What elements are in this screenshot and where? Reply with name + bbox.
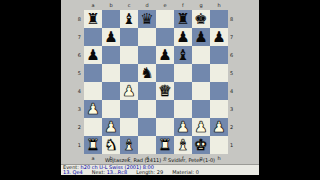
black-pawn-icon[interactable]: ♟ xyxy=(174,28,192,46)
square-e7[interactable] xyxy=(156,28,174,46)
last-move: 13. Qe4 xyxy=(63,170,83,175)
square-d4[interactable] xyxy=(138,82,156,100)
square-f5[interactable] xyxy=(174,64,192,82)
square-b6[interactable] xyxy=(102,46,120,64)
square-e2[interactable] xyxy=(156,118,174,136)
chess-gui-content: abcdefgh 87654321 87654321 ♜♝♛♜♚♟♟♟♟♟♟♝♞… xyxy=(61,0,259,174)
square-f3[interactable] xyxy=(174,100,192,118)
square-a7[interactable] xyxy=(84,28,102,46)
white-king-icon[interactable]: ♚ xyxy=(192,136,210,154)
black-bishop-icon[interactable]: ♝ xyxy=(174,46,192,64)
rank-labels-right: 87654321 xyxy=(230,10,250,154)
white-pawn-icon[interactable]: ♟ xyxy=(120,82,138,100)
square-g7[interactable]: ♟ xyxy=(192,28,210,46)
white-queen-icon[interactable]: ♛ xyxy=(156,82,174,100)
white-bishop-icon[interactable]: ♝ xyxy=(120,136,138,154)
white-pawn-icon[interactable]: ♟ xyxy=(84,100,102,118)
file-labels-top: abcdefgh xyxy=(84,2,228,8)
coord-label-3: 3 xyxy=(230,100,250,118)
square-f1[interactable]: ♝ xyxy=(174,136,192,154)
square-d1[interactable] xyxy=(138,136,156,154)
white-pawn-icon[interactable]: ♟ xyxy=(210,118,228,136)
game-info-panel: Event: h20 ch U-L Swiss (2001) 8:00 13. … xyxy=(61,164,259,175)
square-g4[interactable] xyxy=(192,82,210,100)
square-g2[interactable]: ♟ xyxy=(192,118,210,136)
square-c8[interactable]: ♝ xyxy=(120,10,138,28)
square-a5[interactable] xyxy=(84,64,102,82)
black-rook-icon[interactable]: ♜ xyxy=(84,10,102,28)
square-e1[interactable]: ♜ xyxy=(156,136,174,154)
square-c2[interactable] xyxy=(120,118,138,136)
coord-label-5: 5 xyxy=(230,64,250,82)
square-f7[interactable]: ♟ xyxy=(174,28,192,46)
coord-label-3: 3 xyxy=(61,100,81,118)
square-a8[interactable]: ♜ xyxy=(84,10,102,28)
square-h4[interactable] xyxy=(210,82,228,100)
square-g1[interactable]: ♚ xyxy=(192,136,210,154)
coord-label-6: 6 xyxy=(61,46,81,64)
black-king-icon[interactable]: ♚ xyxy=(192,10,210,28)
coord-label-1: 1 xyxy=(230,136,250,154)
square-h2[interactable]: ♟ xyxy=(210,118,228,136)
coord-label-c: c xyxy=(120,2,138,8)
square-b4[interactable] xyxy=(102,82,120,100)
black-queen-icon[interactable]: ♛ xyxy=(138,10,156,28)
white-knight-icon[interactable]: ♞ xyxy=(102,136,120,154)
chess-board: ♜♝♛♜♚♟♟♟♟♟♟♝♞♟♛♟♟♟♟♟♜♞♝♜♝♚ xyxy=(84,10,228,154)
square-e4[interactable]: ♛ xyxy=(156,82,174,100)
coord-label-2: 2 xyxy=(230,118,250,136)
coord-label-f: f xyxy=(174,2,192,8)
square-c7[interactable] xyxy=(120,28,138,46)
square-c5[interactable] xyxy=(120,64,138,82)
square-f2[interactable]: ♟ xyxy=(174,118,192,136)
black-rook-icon[interactable]: ♜ xyxy=(174,10,192,28)
square-f4[interactable] xyxy=(174,82,192,100)
square-d2[interactable] xyxy=(138,118,156,136)
square-b5[interactable] xyxy=(102,64,120,82)
square-b3[interactable] xyxy=(102,100,120,118)
black-pawn-icon[interactable]: ♟ xyxy=(102,28,120,46)
square-g3[interactable] xyxy=(192,100,210,118)
coord-label-g: g xyxy=(192,2,210,8)
white-pawn-icon[interactable]: ♟ xyxy=(174,118,192,136)
video-frame: abcdefgh 87654321 87654321 ♜♝♛♜♚♟♟♟♟♟♟♝♞… xyxy=(0,0,320,180)
square-a2[interactable] xyxy=(84,118,102,136)
square-d8[interactable]: ♛ xyxy=(138,10,156,28)
players-line: Wojtaszek, Rad (2411) -- Svidler, Peter … xyxy=(61,158,259,163)
square-h6[interactable] xyxy=(210,46,228,64)
black-pawn-icon[interactable]: ♟ xyxy=(210,28,228,46)
square-a1[interactable]: ♜ xyxy=(84,136,102,154)
white-rook-icon[interactable]: ♜ xyxy=(156,136,174,154)
length-label: Length: xyxy=(136,169,155,175)
move-line: 13. Qe4 Next: 13...Rc8 Length: 29 Materi… xyxy=(61,170,259,175)
square-d3[interactable] xyxy=(138,100,156,118)
next-label: Next: xyxy=(92,169,105,175)
coord-label-8: 8 xyxy=(61,10,81,28)
square-a4[interactable] xyxy=(84,82,102,100)
square-h5[interactable] xyxy=(210,64,228,82)
coord-label-6: 6 xyxy=(230,46,250,64)
next-move: 13...Rc8 xyxy=(107,169,128,175)
coord-label-4: 4 xyxy=(61,82,81,100)
coord-label-7: 7 xyxy=(61,28,81,46)
square-b2[interactable]: ♟ xyxy=(102,118,120,136)
coord-label-b: b xyxy=(102,2,120,8)
rank-labels-left: 87654321 xyxy=(61,10,83,154)
square-c6[interactable] xyxy=(120,46,138,64)
square-d5[interactable]: ♞ xyxy=(138,64,156,82)
square-h7[interactable]: ♟ xyxy=(210,28,228,46)
coord-label-1: 1 xyxy=(61,136,81,154)
black-bishop-icon[interactable]: ♝ xyxy=(120,10,138,28)
material-value: 0 xyxy=(196,169,199,175)
black-pawn-icon[interactable]: ♟ xyxy=(192,28,210,46)
square-h1[interactable] xyxy=(210,136,228,154)
square-f6[interactable]: ♝ xyxy=(174,46,192,64)
black-knight-icon[interactable]: ♞ xyxy=(138,64,156,82)
square-c1[interactable]: ♝ xyxy=(120,136,138,154)
square-e8[interactable] xyxy=(156,10,174,28)
square-d7[interactable] xyxy=(138,28,156,46)
square-d6[interactable] xyxy=(138,46,156,64)
square-g6[interactable] xyxy=(192,46,210,64)
material-label: Material: xyxy=(172,169,194,175)
white-pawn-icon[interactable]: ♟ xyxy=(102,118,120,136)
black-pawn-icon[interactable]: ♟ xyxy=(84,46,102,64)
black-pawn-icon[interactable]: ♟ xyxy=(156,46,174,64)
coord-label-h: h xyxy=(210,2,228,8)
square-a3[interactable]: ♟ xyxy=(84,100,102,118)
white-bishop-icon[interactable]: ♝ xyxy=(174,136,192,154)
coord-label-a: a xyxy=(84,2,102,8)
square-c4[interactable]: ♟ xyxy=(120,82,138,100)
square-f8[interactable]: ♜ xyxy=(174,10,192,28)
square-e3[interactable] xyxy=(156,100,174,118)
white-rook-icon[interactable]: ♜ xyxy=(84,136,102,154)
square-a6[interactable]: ♟ xyxy=(84,46,102,64)
coord-label-2: 2 xyxy=(61,118,81,136)
coord-label-d: d xyxy=(138,2,156,8)
square-e6[interactable]: ♟ xyxy=(156,46,174,64)
square-b1[interactable]: ♞ xyxy=(102,136,120,154)
square-g8[interactable]: ♚ xyxy=(192,10,210,28)
square-b7[interactable]: ♟ xyxy=(102,28,120,46)
length-value: 29 xyxy=(157,169,163,175)
white-pawn-icon[interactable]: ♟ xyxy=(192,118,210,136)
coord-label-8: 8 xyxy=(230,10,250,28)
coord-label-5: 5 xyxy=(61,64,81,82)
square-g5[interactable] xyxy=(192,64,210,82)
coord-label-7: 7 xyxy=(230,28,250,46)
coord-label-4: 4 xyxy=(230,82,250,100)
coord-label-e: e xyxy=(156,2,174,8)
square-b8[interactable] xyxy=(102,10,120,28)
square-c3[interactable] xyxy=(120,100,138,118)
square-e5[interactable] xyxy=(156,64,174,82)
square-h3[interactable] xyxy=(210,100,228,118)
square-h8[interactable] xyxy=(210,10,228,28)
